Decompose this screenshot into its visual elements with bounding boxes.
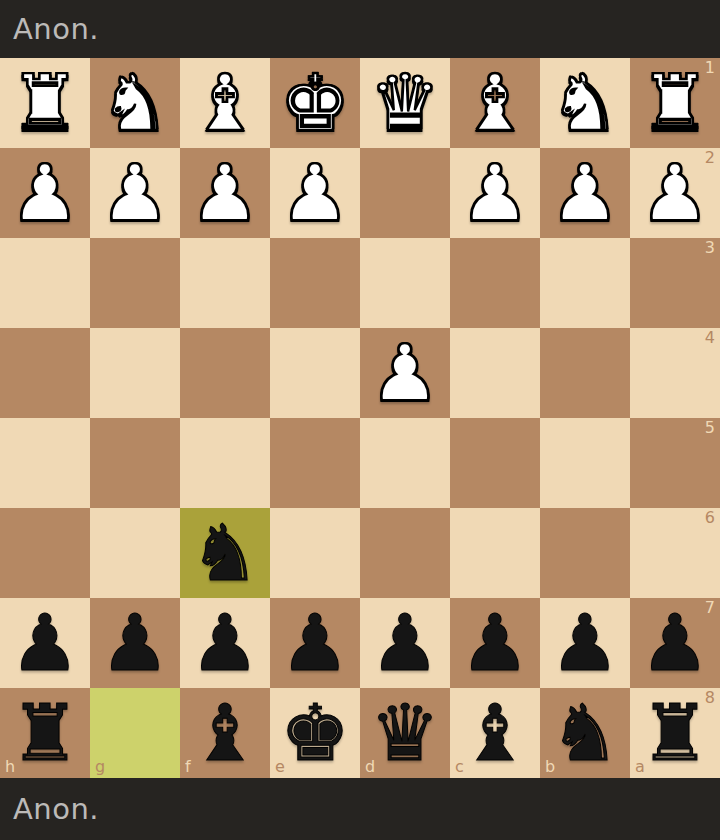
square-a3[interactable]: 3	[630, 238, 720, 328]
black-knight[interactable]: ♞	[550, 694, 620, 772]
square-b5[interactable]	[540, 418, 630, 508]
square-g3[interactable]	[90, 238, 180, 328]
square-b7[interactable]: ♟	[540, 598, 630, 688]
black-pawn[interactable]: ♟	[640, 604, 710, 682]
black-knight[interactable]: ♞	[190, 514, 260, 592]
black-pawn[interactable]: ♟	[550, 604, 620, 682]
square-g5[interactable]	[90, 418, 180, 508]
black-pawn[interactable]: ♟	[460, 604, 530, 682]
rank-label-4: 4	[705, 330, 715, 346]
square-c7[interactable]: ♟	[450, 598, 540, 688]
square-g6[interactable]	[90, 508, 180, 598]
square-h1[interactable]: ♜	[0, 58, 90, 148]
square-c6[interactable]	[450, 508, 540, 598]
square-e2[interactable]: ♟	[270, 148, 360, 238]
square-f8[interactable]: ♝f	[180, 688, 270, 778]
square-f6[interactable]: ♞	[180, 508, 270, 598]
black-rook[interactable]: ♜	[640, 694, 710, 772]
square-e1[interactable]: ♚	[270, 58, 360, 148]
black-king[interactable]: ♚	[280, 694, 350, 772]
chess-board: ♜♞♝♚♛♝♞♜1♟♟♟♟♟♟♟23♟45♞6♟♟♟♟♟♟♟♟7♜hg♝f♚e♛…	[0, 58, 720, 778]
square-b4[interactable]	[540, 328, 630, 418]
square-c3[interactable]	[450, 238, 540, 328]
square-a7[interactable]: ♟7	[630, 598, 720, 688]
square-a6[interactable]: 6	[630, 508, 720, 598]
white-pawn[interactable]: ♟	[100, 154, 170, 232]
top-player-bar: Anon.	[0, 0, 720, 58]
square-f2[interactable]: ♟	[180, 148, 270, 238]
rank-label-3: 3	[705, 240, 715, 256]
square-d5[interactable]	[360, 418, 450, 508]
square-f3[interactable]	[180, 238, 270, 328]
square-e7[interactable]: ♟	[270, 598, 360, 688]
square-d2[interactable]	[360, 148, 450, 238]
square-e5[interactable]	[270, 418, 360, 508]
square-e3[interactable]	[270, 238, 360, 328]
white-pawn[interactable]: ♟	[550, 154, 620, 232]
square-b6[interactable]	[540, 508, 630, 598]
square-a8[interactable]: ♜8a	[630, 688, 720, 778]
white-pawn[interactable]: ♟	[460, 154, 530, 232]
white-pawn[interactable]: ♟	[190, 154, 260, 232]
square-e8[interactable]: ♚e	[270, 688, 360, 778]
white-knight[interactable]: ♞	[550, 64, 620, 142]
white-rook[interactable]: ♜	[640, 64, 710, 142]
square-b2[interactable]: ♟	[540, 148, 630, 238]
black-pawn[interactable]: ♟	[280, 604, 350, 682]
square-c8[interactable]: ♝c	[450, 688, 540, 778]
white-bishop[interactable]: ♝	[190, 64, 260, 142]
rank-label-6: 6	[705, 510, 715, 526]
square-b8[interactable]: ♞b	[540, 688, 630, 778]
square-g8[interactable]: g	[90, 688, 180, 778]
square-g1[interactable]: ♞	[90, 58, 180, 148]
square-h4[interactable]	[0, 328, 90, 418]
black-pawn[interactable]: ♟	[190, 604, 260, 682]
white-pawn[interactable]: ♟	[640, 154, 710, 232]
square-d6[interactable]	[360, 508, 450, 598]
square-f7[interactable]: ♟	[180, 598, 270, 688]
black-bishop[interactable]: ♝	[190, 694, 260, 772]
square-e4[interactable]	[270, 328, 360, 418]
square-c4[interactable]	[450, 328, 540, 418]
white-bishop[interactable]: ♝	[460, 64, 530, 142]
square-a5[interactable]: 5	[630, 418, 720, 508]
square-b1[interactable]: ♞	[540, 58, 630, 148]
square-f1[interactable]: ♝	[180, 58, 270, 148]
square-b3[interactable]	[540, 238, 630, 328]
square-c1[interactable]: ♝	[450, 58, 540, 148]
square-d7[interactable]: ♟	[360, 598, 450, 688]
square-h7[interactable]: ♟	[0, 598, 90, 688]
square-g4[interactable]	[90, 328, 180, 418]
square-d3[interactable]	[360, 238, 450, 328]
bottom-player-bar: Anon.	[0, 778, 720, 840]
top-player-name[interactable]: Anon.	[13, 12, 99, 46]
square-e6[interactable]	[270, 508, 360, 598]
file-label-g: g	[95, 759, 105, 775]
black-queen[interactable]: ♛	[370, 694, 440, 772]
white-queen[interactable]: ♛	[370, 64, 440, 142]
square-d8[interactable]: ♛d	[360, 688, 450, 778]
white-pawn[interactable]: ♟	[370, 334, 440, 412]
square-h3[interactable]	[0, 238, 90, 328]
black-pawn[interactable]: ♟	[10, 604, 80, 682]
square-d4[interactable]: ♟	[360, 328, 450, 418]
square-h6[interactable]	[0, 508, 90, 598]
black-rook[interactable]: ♜	[10, 694, 80, 772]
square-f4[interactable]	[180, 328, 270, 418]
square-a2[interactable]: ♟2	[630, 148, 720, 238]
black-bishop[interactable]: ♝	[460, 694, 530, 772]
square-c5[interactable]	[450, 418, 540, 508]
square-a1[interactable]: ♜1	[630, 58, 720, 148]
white-knight[interactable]: ♞	[100, 64, 170, 142]
square-d1[interactable]: ♛	[360, 58, 450, 148]
square-c2[interactable]: ♟	[450, 148, 540, 238]
square-g2[interactable]: ♟	[90, 148, 180, 238]
white-pawn[interactable]: ♟	[280, 154, 350, 232]
black-pawn[interactable]: ♟	[370, 604, 440, 682]
white-pawn[interactable]: ♟	[10, 154, 80, 232]
square-f5[interactable]	[180, 418, 270, 508]
white-rook[interactable]: ♜	[10, 64, 80, 142]
square-g7[interactable]: ♟	[90, 598, 180, 688]
white-king[interactable]: ♚	[280, 64, 350, 142]
square-h8[interactable]: ♜h	[0, 688, 90, 778]
square-a4[interactable]: 4	[630, 328, 720, 418]
square-h2[interactable]: ♟	[0, 148, 90, 238]
rank-label-5: 5	[705, 420, 715, 436]
bottom-player-name[interactable]: Anon.	[13, 792, 99, 826]
square-h5[interactable]	[0, 418, 90, 508]
black-pawn[interactable]: ♟	[100, 604, 170, 682]
